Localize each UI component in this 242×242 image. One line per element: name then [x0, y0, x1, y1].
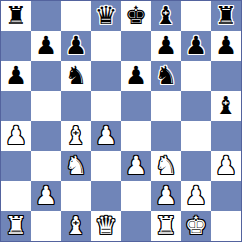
square-g6[interactable] — [181, 61, 211, 91]
square-c1[interactable]: ♝ — [61, 211, 91, 241]
piece-black-king[interactable]: ♚ — [125, 1, 147, 31]
square-h2[interactable] — [211, 181, 241, 211]
square-e1[interactable] — [121, 211, 151, 241]
square-d1[interactable]: ♛ — [91, 211, 121, 241]
square-a3[interactable] — [1, 151, 31, 181]
square-c2[interactable] — [61, 181, 91, 211]
piece-white-rook[interactable]: ♜ — [5, 211, 27, 241]
square-c7[interactable]: ♟ — [61, 31, 91, 61]
square-h4[interactable] — [211, 121, 241, 151]
square-d6[interactable] — [91, 61, 121, 91]
piece-black-pawn[interactable]: ♟ — [155, 31, 177, 61]
piece-black-queen[interactable]: ♛ — [95, 1, 117, 31]
square-a2[interactable] — [1, 181, 31, 211]
square-h3[interactable]: ♟ — [211, 151, 241, 181]
piece-white-bishop[interactable]: ♝ — [65, 121, 87, 151]
piece-white-king[interactable]: ♚ — [185, 211, 207, 241]
square-f4[interactable] — [151, 121, 181, 151]
piece-white-rook[interactable]: ♜ — [155, 211, 177, 241]
square-a1[interactable]: ♜ — [1, 211, 31, 241]
square-e7[interactable] — [121, 31, 151, 61]
piece-white-pawn[interactable]: ♟ — [95, 121, 117, 151]
square-g3[interactable] — [181, 151, 211, 181]
piece-black-pawn[interactable]: ♟ — [5, 61, 27, 91]
square-a7[interactable] — [1, 31, 31, 61]
square-h6[interactable] — [211, 61, 241, 91]
square-b2[interactable]: ♟ — [31, 181, 61, 211]
square-e2[interactable] — [121, 181, 151, 211]
piece-black-knight[interactable]: ♞ — [155, 61, 177, 91]
square-d2[interactable] — [91, 181, 121, 211]
piece-black-pawn[interactable]: ♟ — [35, 31, 57, 61]
piece-white-pawn[interactable]: ♟ — [5, 121, 27, 151]
square-b1[interactable] — [31, 211, 61, 241]
piece-black-pawn[interactable]: ♟ — [215, 31, 237, 61]
square-b5[interactable] — [31, 91, 61, 121]
square-f8[interactable]: ♝ — [151, 1, 181, 31]
square-g4[interactable] — [181, 121, 211, 151]
square-d5[interactable] — [91, 91, 121, 121]
square-h7[interactable]: ♟ — [211, 31, 241, 61]
square-f5[interactable] — [151, 91, 181, 121]
square-g2[interactable]: ♟ — [181, 181, 211, 211]
square-e3[interactable]: ♟ — [121, 151, 151, 181]
square-c5[interactable] — [61, 91, 91, 121]
square-f1[interactable]: ♜ — [151, 211, 181, 241]
square-c8[interactable] — [61, 1, 91, 31]
piece-black-pawn[interactable]: ♟ — [125, 61, 147, 91]
chess-board: ♜♛♚♝♜♟♟♟♟♟♟♞♟♞♝♟♝♟♞♟♞♟♟♟♟♜♝♛♜♚ — [0, 0, 242, 242]
square-g5[interactable] — [181, 91, 211, 121]
piece-white-bishop[interactable]: ♝ — [65, 211, 87, 241]
square-g8[interactable] — [181, 1, 211, 31]
square-b7[interactable]: ♟ — [31, 31, 61, 61]
square-f6[interactable]: ♞ — [151, 61, 181, 91]
square-b8[interactable] — [31, 1, 61, 31]
square-e6[interactable]: ♟ — [121, 61, 151, 91]
piece-black-rook[interactable]: ♜ — [215, 1, 237, 31]
square-d3[interactable] — [91, 151, 121, 181]
piece-white-knight[interactable]: ♞ — [155, 151, 177, 181]
square-b4[interactable] — [31, 121, 61, 151]
square-a5[interactable] — [1, 91, 31, 121]
piece-black-bishop[interactable]: ♝ — [155, 1, 177, 31]
square-b3[interactable] — [31, 151, 61, 181]
square-a6[interactable]: ♟ — [1, 61, 31, 91]
square-a8[interactable]: ♜ — [1, 1, 31, 31]
piece-black-knight[interactable]: ♞ — [65, 61, 87, 91]
piece-white-pawn[interactable]: ♟ — [155, 181, 177, 211]
square-e4[interactable] — [121, 121, 151, 151]
piece-white-queen[interactable]: ♛ — [95, 211, 117, 241]
square-d8[interactable]: ♛ — [91, 1, 121, 31]
square-e8[interactable]: ♚ — [121, 1, 151, 31]
square-f2[interactable]: ♟ — [151, 181, 181, 211]
piece-white-knight[interactable]: ♞ — [65, 151, 87, 181]
square-h5[interactable]: ♝ — [211, 91, 241, 121]
square-c6[interactable]: ♞ — [61, 61, 91, 91]
piece-black-pawn[interactable]: ♟ — [185, 31, 207, 61]
square-c4[interactable]: ♝ — [61, 121, 91, 151]
square-h8[interactable]: ♜ — [211, 1, 241, 31]
piece-white-pawn[interactable]: ♟ — [35, 181, 57, 211]
piece-white-pawn[interactable]: ♟ — [215, 151, 237, 181]
square-d4[interactable]: ♟ — [91, 121, 121, 151]
square-d7[interactable] — [91, 31, 121, 61]
square-g1[interactable]: ♚ — [181, 211, 211, 241]
square-a4[interactable]: ♟ — [1, 121, 31, 151]
square-c3[interactable]: ♞ — [61, 151, 91, 181]
piece-black-rook[interactable]: ♜ — [5, 1, 27, 31]
piece-black-pawn[interactable]: ♟ — [65, 31, 87, 61]
piece-white-pawn[interactable]: ♟ — [125, 151, 147, 181]
square-b6[interactable] — [31, 61, 61, 91]
square-h1[interactable] — [211, 211, 241, 241]
piece-white-pawn[interactable]: ♟ — [185, 181, 207, 211]
square-g7[interactable]: ♟ — [181, 31, 211, 61]
square-f3[interactable]: ♞ — [151, 151, 181, 181]
square-f7[interactable]: ♟ — [151, 31, 181, 61]
square-e5[interactable] — [121, 91, 151, 121]
piece-black-bishop[interactable]: ♝ — [215, 91, 237, 121]
